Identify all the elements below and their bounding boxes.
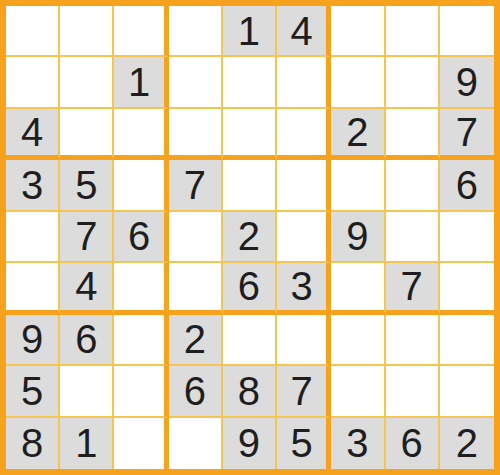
cell-r2c7[interactable] (331, 57, 385, 108)
cell-r9c3[interactable] (114, 418, 168, 469)
cell-r4c7[interactable] (331, 160, 385, 211)
cell-r1c7[interactable] (331, 6, 385, 57)
cell-r2c6[interactable] (277, 57, 331, 108)
cell-r7c1[interactable]: 9 (6, 315, 60, 366)
cell-r1c2[interactable] (60, 6, 114, 57)
cell-r8c4[interactable]: 6 (169, 366, 223, 417)
cell-r6c2[interactable]: 4 (60, 263, 114, 314)
cell-r8c7[interactable] (331, 366, 385, 417)
cell-r2c5[interactable] (223, 57, 277, 108)
cell-r7c5[interactable] (223, 315, 277, 366)
cell-r8c8[interactable] (386, 366, 440, 417)
cell-r7c2[interactable]: 6 (60, 315, 114, 366)
cell-r3c7[interactable]: 2 (331, 109, 385, 160)
cell-r8c1[interactable]: 5 (6, 366, 60, 417)
cell-r4c2[interactable]: 5 (60, 160, 114, 211)
cell-r1c1[interactable] (6, 6, 60, 57)
cell-r1c8[interactable] (386, 6, 440, 57)
cell-r9c6[interactable]: 5 (277, 418, 331, 469)
cell-r9c1[interactable]: 8 (6, 418, 60, 469)
cell-r5c2[interactable]: 7 (60, 212, 114, 263)
cell-r6c1[interactable] (6, 263, 60, 314)
cell-r7c4[interactable]: 2 (169, 315, 223, 366)
cell-r9c7[interactable]: 3 (331, 418, 385, 469)
cell-r9c4[interactable] (169, 418, 223, 469)
cell-r1c9[interactable] (440, 6, 494, 57)
cell-r1c6[interactable]: 4 (277, 6, 331, 57)
cell-r7c8[interactable] (386, 315, 440, 366)
cell-r2c1[interactable] (6, 57, 60, 108)
cell-r9c9[interactable]: 2 (440, 418, 494, 469)
cell-r6c3[interactable] (114, 263, 168, 314)
cell-r2c3[interactable]: 1 (114, 57, 168, 108)
cell-r9c5[interactable]: 9 (223, 418, 277, 469)
cell-r5c8[interactable] (386, 212, 440, 263)
cell-r9c8[interactable]: 6 (386, 418, 440, 469)
cell-r2c4[interactable] (169, 57, 223, 108)
cell-r8c5[interactable]: 8 (223, 366, 277, 417)
cell-r5c1[interactable] (6, 212, 60, 263)
cell-r6c8[interactable]: 7 (386, 263, 440, 314)
cell-r5c5[interactable]: 2 (223, 212, 277, 263)
sudoku-board: 141942735767629463796256878195362 (0, 0, 500, 475)
cell-r7c6[interactable] (277, 315, 331, 366)
cell-r2c2[interactable] (60, 57, 114, 108)
cell-r1c4[interactable] (169, 6, 223, 57)
cell-r3c2[interactable] (60, 109, 114, 160)
cell-r3c9[interactable]: 7 (440, 109, 494, 160)
cell-r5c3[interactable]: 6 (114, 212, 168, 263)
cell-r3c3[interactable] (114, 109, 168, 160)
cell-r4c3[interactable] (114, 160, 168, 211)
cell-r6c5[interactable]: 6 (223, 263, 277, 314)
cell-r4c1[interactable]: 3 (6, 160, 60, 211)
cell-r7c3[interactable] (114, 315, 168, 366)
cell-r3c8[interactable] (386, 109, 440, 160)
cell-r2c8[interactable] (386, 57, 440, 108)
cell-r2c9[interactable]: 9 (440, 57, 494, 108)
cell-r4c8[interactable] (386, 160, 440, 211)
cell-r4c6[interactable] (277, 160, 331, 211)
cell-r4c5[interactable] (223, 160, 277, 211)
cell-r3c4[interactable] (169, 109, 223, 160)
cell-r4c4[interactable]: 7 (169, 160, 223, 211)
cell-r3c6[interactable] (277, 109, 331, 160)
cell-r6c9[interactable] (440, 263, 494, 314)
cell-r5c7[interactable]: 9 (331, 212, 385, 263)
cell-r3c1[interactable]: 4 (6, 109, 60, 160)
cell-r6c4[interactable] (169, 263, 223, 314)
cell-r6c6[interactable]: 3 (277, 263, 331, 314)
cell-r8c9[interactable] (440, 366, 494, 417)
cell-r8c2[interactable] (60, 366, 114, 417)
cell-r9c2[interactable]: 1 (60, 418, 114, 469)
cell-r7c9[interactable] (440, 315, 494, 366)
cell-r5c9[interactable] (440, 212, 494, 263)
cell-r1c5[interactable]: 1 (223, 6, 277, 57)
cell-r1c3[interactable] (114, 6, 168, 57)
cell-r5c4[interactable] (169, 212, 223, 263)
cell-r3c5[interactable] (223, 109, 277, 160)
cell-r5c6[interactable] (277, 212, 331, 263)
cell-r8c6[interactable]: 7 (277, 366, 331, 417)
cell-r7c7[interactable] (331, 315, 385, 366)
cell-r4c9[interactable]: 6 (440, 160, 494, 211)
cell-r8c3[interactable] (114, 366, 168, 417)
cell-r6c7[interactable] (331, 263, 385, 314)
